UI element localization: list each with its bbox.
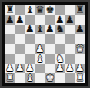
square-a8[interactable]: ♜ bbox=[5, 5, 15, 15]
white-queen[interactable]: ♛ bbox=[76, 44, 85, 54]
square-h6[interactable]: ♟ bbox=[75, 25, 85, 35]
black-rook[interactable]: ♜ bbox=[6, 5, 15, 15]
square-e7[interactable] bbox=[45, 15, 55, 25]
square-c3[interactable] bbox=[25, 54, 35, 64]
square-b6[interactable] bbox=[15, 25, 25, 35]
square-c5[interactable] bbox=[25, 34, 35, 44]
square-d2[interactable] bbox=[35, 64, 45, 74]
square-h8[interactable]: ♜ bbox=[75, 5, 85, 15]
square-f1[interactable] bbox=[55, 73, 65, 83]
black-queen[interactable]: ♛ bbox=[36, 5, 45, 15]
square-d3[interactable]: ♝ bbox=[35, 54, 45, 64]
square-b3[interactable] bbox=[15, 54, 25, 64]
square-a7[interactable]: ♟ bbox=[5, 15, 15, 25]
square-b4[interactable] bbox=[15, 44, 25, 54]
square-c2[interactable]: ♟ bbox=[25, 64, 35, 74]
square-h4[interactable]: ♛ bbox=[75, 44, 85, 54]
square-e6[interactable]: ♟ bbox=[45, 25, 55, 35]
white-bishop[interactable]: ♝ bbox=[36, 54, 45, 64]
square-b5[interactable] bbox=[15, 34, 25, 44]
square-g6[interactable] bbox=[65, 25, 75, 35]
square-a4[interactable] bbox=[5, 44, 15, 54]
chess-board-screenshot: ♜♝♛♚♜♟♟♟♟♟♝♟♞♟♟♛♝♞♟♟♟♟♟♟♜♝♚♜ bbox=[0, 0, 90, 88]
square-c6[interactable]: ♟ bbox=[25, 25, 35, 35]
white-bishop[interactable]: ♝ bbox=[26, 73, 35, 83]
square-d4[interactable]: ♟ bbox=[35, 44, 45, 54]
square-e4[interactable] bbox=[45, 44, 55, 54]
square-e1[interactable]: ♚ bbox=[45, 73, 55, 83]
square-d5[interactable] bbox=[35, 34, 45, 44]
square-d6[interactable]: ♝ bbox=[35, 25, 45, 35]
square-b1[interactable] bbox=[15, 73, 25, 83]
square-g7[interactable]: ♟ bbox=[65, 15, 75, 25]
square-a3[interactable] bbox=[5, 54, 15, 64]
white-pawn[interactable]: ♟ bbox=[36, 44, 45, 54]
square-d7[interactable] bbox=[35, 15, 45, 25]
white-rook[interactable]: ♜ bbox=[6, 73, 15, 83]
square-h2[interactable]: ♟ bbox=[75, 64, 85, 74]
square-f3[interactable]: ♞ bbox=[55, 54, 65, 64]
square-c8[interactable]: ♝ bbox=[25, 5, 35, 15]
black-pawn[interactable]: ♟ bbox=[16, 15, 25, 25]
white-rook[interactable]: ♜ bbox=[76, 73, 85, 83]
black-pawn[interactable]: ♟ bbox=[56, 15, 65, 25]
white-pawn[interactable]: ♟ bbox=[76, 64, 85, 74]
square-d8[interactable]: ♛ bbox=[35, 5, 45, 15]
black-pawn[interactable]: ♟ bbox=[26, 25, 35, 35]
black-pawn[interactable]: ♟ bbox=[6, 15, 15, 25]
black-pawn[interactable]: ♟ bbox=[76, 25, 85, 35]
square-g1[interactable] bbox=[65, 73, 75, 83]
square-g2[interactable]: ♟ bbox=[65, 64, 75, 74]
square-a2[interactable]: ♟ bbox=[5, 64, 15, 74]
black-king[interactable]: ♚ bbox=[46, 5, 55, 15]
square-b8[interactable] bbox=[15, 5, 25, 15]
square-c7[interactable] bbox=[25, 15, 35, 25]
square-g5[interactable] bbox=[65, 34, 75, 44]
square-a1[interactable]: ♜ bbox=[5, 73, 15, 83]
black-rook[interactable]: ♜ bbox=[76, 5, 85, 15]
square-h7[interactable] bbox=[75, 15, 85, 25]
white-pawn[interactable]: ♟ bbox=[56, 64, 65, 74]
white-king[interactable]: ♚ bbox=[46, 73, 55, 83]
square-h5[interactable] bbox=[75, 34, 85, 44]
white-pawn[interactable]: ♟ bbox=[6, 64, 15, 74]
square-a6[interactable] bbox=[5, 25, 15, 35]
black-knight[interactable]: ♞ bbox=[56, 25, 65, 35]
square-e8[interactable]: ♚ bbox=[45, 5, 55, 15]
white-knight[interactable]: ♞ bbox=[56, 54, 65, 64]
square-e2[interactable] bbox=[45, 64, 55, 74]
black-bishop[interactable]: ♝ bbox=[26, 5, 35, 15]
black-bishop[interactable]: ♝ bbox=[36, 25, 45, 35]
square-g4[interactable] bbox=[65, 44, 75, 54]
square-f7[interactable]: ♟ bbox=[55, 15, 65, 25]
square-d1[interactable] bbox=[35, 73, 45, 83]
square-f4[interactable] bbox=[55, 44, 65, 54]
square-e3[interactable] bbox=[45, 54, 55, 64]
white-pawn[interactable]: ♟ bbox=[26, 64, 35, 74]
square-e5[interactable] bbox=[45, 34, 55, 44]
square-f6[interactable]: ♞ bbox=[55, 25, 65, 35]
square-c1[interactable]: ♝ bbox=[25, 73, 35, 83]
square-h3[interactable] bbox=[75, 54, 85, 64]
square-h1[interactable]: ♜ bbox=[75, 73, 85, 83]
square-f8[interactable] bbox=[55, 5, 65, 15]
square-g3[interactable] bbox=[65, 54, 75, 64]
square-a5[interactable] bbox=[5, 34, 15, 44]
square-b7[interactable]: ♟ bbox=[15, 15, 25, 25]
white-pawn[interactable]: ♟ bbox=[66, 64, 75, 74]
black-pawn[interactable]: ♟ bbox=[66, 15, 75, 25]
square-c4[interactable] bbox=[25, 44, 35, 54]
white-pawn[interactable]: ♟ bbox=[16, 64, 25, 74]
square-g8[interactable] bbox=[65, 5, 75, 15]
square-b2[interactable]: ♟ bbox=[15, 64, 25, 74]
square-f5[interactable] bbox=[55, 34, 65, 44]
square-f2[interactable]: ♟ bbox=[55, 64, 65, 74]
chess-board: ♜♝♛♚♜♟♟♟♟♟♝♟♞♟♟♛♝♞♟♟♟♟♟♟♜♝♚♜ bbox=[2, 2, 88, 86]
black-pawn[interactable]: ♟ bbox=[46, 25, 55, 35]
